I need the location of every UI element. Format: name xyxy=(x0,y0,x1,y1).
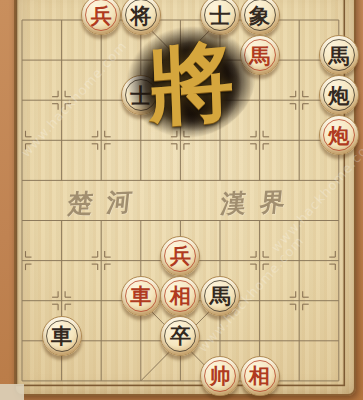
black-piece-character: 士 xyxy=(130,84,151,105)
red-piece-character: 馬 xyxy=(249,44,270,65)
xiangqi-screenshot: 楚河 漢界 兵将士象馬馬士炮炮兵車相馬車卒帅相 將 www.hackhome.c… xyxy=(0,0,363,400)
red-piece-character: 相 xyxy=(170,285,191,306)
red-cannon[interactable]: 炮 xyxy=(319,115,359,155)
red-piece-character: 相 xyxy=(249,365,270,386)
black-piece-character: 車 xyxy=(51,325,72,346)
black-cannon[interactable]: 炮 xyxy=(319,75,359,115)
red-chariot[interactable]: 車 xyxy=(121,276,161,316)
black-piece-character: 炮 xyxy=(328,84,349,105)
red-soldier[interactable]: 兵 xyxy=(160,236,200,276)
black-piece-character: 卒 xyxy=(170,325,191,346)
red-piece-character: 兵 xyxy=(170,245,191,266)
red-piece-character: 帅 xyxy=(210,365,231,386)
black-soldier[interactable]: 卒 xyxy=(160,316,200,356)
black-piece-character: 馬 xyxy=(210,285,231,306)
red-piece-character: 車 xyxy=(130,285,151,306)
red-horse[interactable]: 馬 xyxy=(240,35,280,75)
red-elephant[interactable]: 相 xyxy=(160,276,200,316)
red-elephant-home[interactable]: 相 xyxy=(240,356,280,396)
black-horse-edge[interactable]: 馬 xyxy=(319,35,359,75)
black-piece-character: 象 xyxy=(249,4,270,25)
red-piece-character: 兵 xyxy=(91,4,112,25)
black-piece-character: 士 xyxy=(210,4,231,25)
corner-caption-patch xyxy=(0,384,24,400)
black-horse[interactable]: 馬 xyxy=(200,276,240,316)
black-advisor-under-logo[interactable]: 士 xyxy=(121,75,161,115)
red-general[interactable]: 帅 xyxy=(200,356,240,396)
red-piece-character: 炮 xyxy=(328,124,349,145)
black-piece-character: 将 xyxy=(130,4,151,25)
black-piece-character: 馬 xyxy=(328,44,349,65)
black-chariot[interactable]: 車 xyxy=(42,316,82,356)
